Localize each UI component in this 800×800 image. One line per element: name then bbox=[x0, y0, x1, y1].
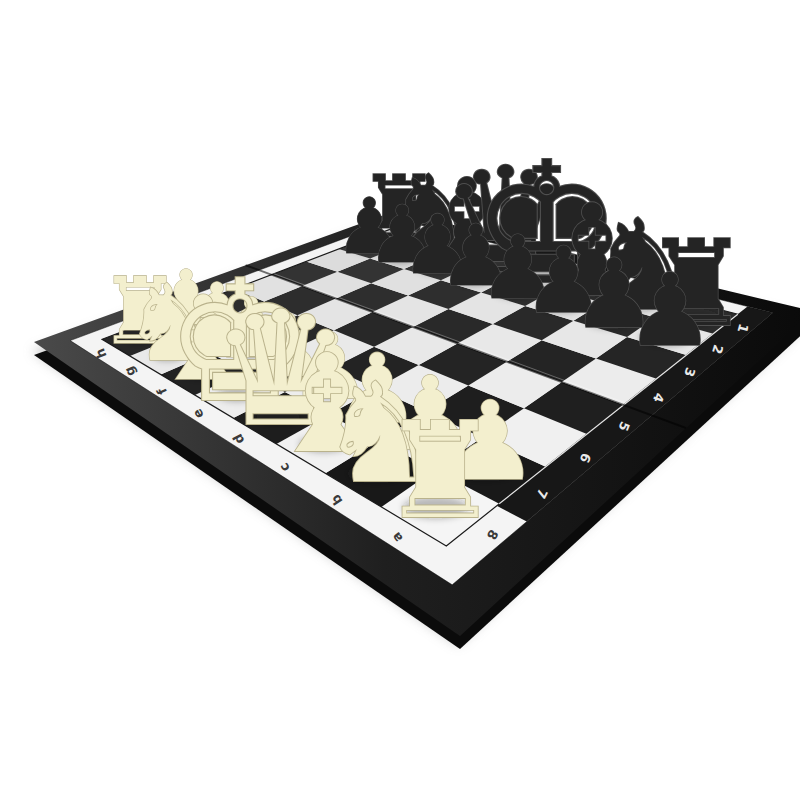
chess-set-photo: abcdefgh87654321♜♞♟♝♟♛♟♚♟♝♟♞♟♜♟♟♟♟♜♟♞♟♝♟… bbox=[0, 0, 800, 800]
piece-black-pawn-a2[interactable]: ♟ bbox=[625, 252, 715, 369]
chess-board-scene: abcdefgh87654321♜♞♟♝♟♛♟♚♟♝♟♞♟♜♟♟♟♟♜♟♞♟♝♟… bbox=[0, 0, 800, 800]
piece-white-rook-a8[interactable]: ♜ bbox=[380, 393, 500, 548]
